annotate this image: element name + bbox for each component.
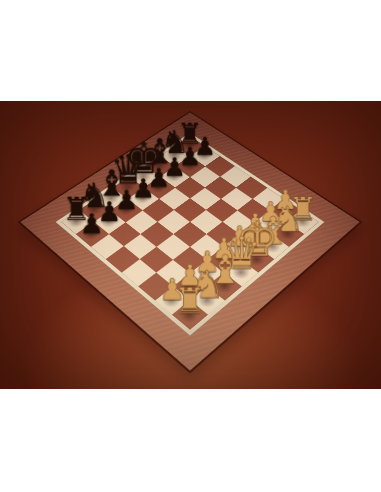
black-pawn-icon: ♟ [80,210,105,237]
board-border-line: ♜♞♝♛♚♝♞♜♟♟♟♟♟♟♟♟♟♟♟♟♟♟♟♟♜♞♝♛♚♝♞♜ [56,133,325,336]
square-d4 [174,222,207,247]
table-surface: ♜♞♝♛♚♝♞♜♟♟♟♟♟♟♟♟♟♟♟♟♟♟♟♟♜♞♝♛♚♝♞♜ [0,101,381,389]
board-grid: ♜♞♝♛♚♝♞♜♟♟♟♟♟♟♟♟♟♟♟♟♟♟♟♟♜♞♝♛♚♝♞♜ [61,136,318,330]
white-rook-icon: ♜ [174,283,206,319]
photo-region: ♜♞♝♛♚♝♞♜♟♟♟♟♟♟♟♟♟♟♟♟♟♟♟♟♜♞♝♛♚♝♞♜ [0,101,381,389]
chess-board: ♜♞♝♛♚♝♞♜♟♟♟♟♟♟♟♟♟♟♟♟♟♟♟♟♜♞♝♛♚♝♞♜ [20,112,359,370]
